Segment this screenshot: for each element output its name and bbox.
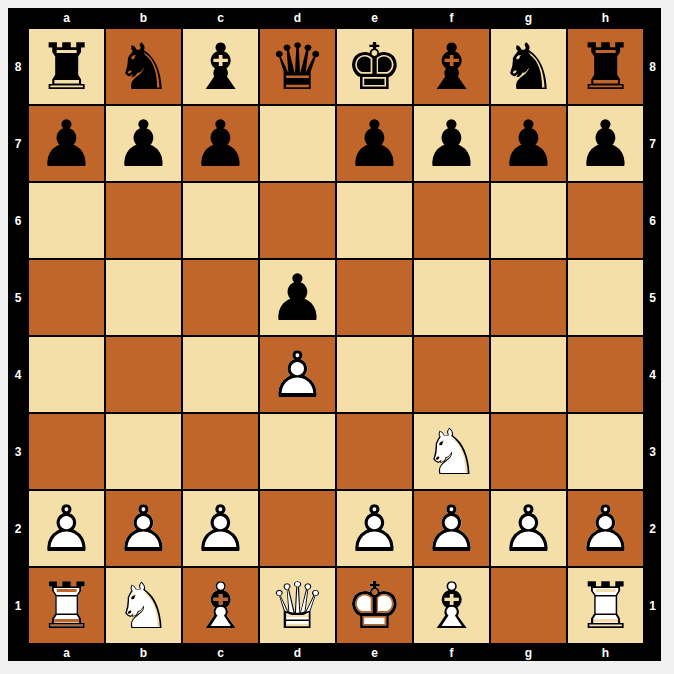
piece-white-pawn: ♟♙ (31, 493, 103, 565)
piece-white-pawn: ♟♙ (262, 339, 334, 411)
square-f6[interactable] (413, 182, 490, 259)
square-h3[interactable] (567, 413, 644, 490)
square-c7[interactable]: ♟ (182, 105, 259, 182)
square-a6[interactable] (28, 182, 105, 259)
square-g4[interactable] (490, 336, 567, 413)
piece-black-queen: ♛ (262, 31, 334, 103)
file-label-c-bottom: c (182, 644, 259, 661)
square-e1[interactable]: ♚♔ (336, 567, 413, 644)
piece-white-pawn: ♟♙ (108, 493, 180, 565)
piece-black-pawn: ♟ (493, 108, 565, 180)
square-c6[interactable] (182, 182, 259, 259)
square-e3[interactable] (336, 413, 413, 490)
rank-label-8-right: 8 (644, 28, 661, 105)
square-a4[interactable] (28, 336, 105, 413)
square-g1[interactable] (490, 567, 567, 644)
square-b2[interactable]: ♟♙ (105, 490, 182, 567)
square-a2[interactable]: ♟♙ (28, 490, 105, 567)
rank-label-6-left: 6 (8, 182, 28, 259)
rank-label-3-right: 3 (644, 413, 661, 490)
rank-label-5-left: 5 (8, 259, 28, 336)
square-b4[interactable] (105, 336, 182, 413)
frame-corner (644, 644, 661, 661)
piece-white-king: ♚♔ (339, 570, 411, 642)
square-e2[interactable]: ♟♙ (336, 490, 413, 567)
square-h8[interactable]: ♜ (567, 28, 644, 105)
piece-white-pawn: ♟♙ (185, 493, 257, 565)
file-label-b-top: b (105, 8, 182, 28)
file-label-f-top: f (413, 8, 490, 28)
rank-label-2-right: 2 (644, 490, 661, 567)
square-a7[interactable]: ♟ (28, 105, 105, 182)
square-d5[interactable]: ♟ (259, 259, 336, 336)
square-e5[interactable] (336, 259, 413, 336)
piece-black-knight: ♞ (493, 31, 565, 103)
square-f1[interactable]: ♝♗ (413, 567, 490, 644)
square-g7[interactable]: ♟ (490, 105, 567, 182)
piece-white-bishop: ♝♗ (185, 570, 257, 642)
square-e8[interactable]: ♚ (336, 28, 413, 105)
frame-corner (8, 644, 28, 661)
square-c8[interactable]: ♝ (182, 28, 259, 105)
square-b1[interactable]: ♞♘ (105, 567, 182, 644)
rank-label-7-right: 7 (644, 105, 661, 182)
square-b3[interactable] (105, 413, 182, 490)
square-f8[interactable]: ♝ (413, 28, 490, 105)
rank-label-1-left: 1 (8, 567, 28, 644)
page-background: abcdefgh8♜♞♝♛♚♝♞♜87♟♟♟♟♟♟♟7665♟54♟♙43♞♘3… (0, 0, 674, 674)
rank-label-6-right: 6 (644, 182, 661, 259)
file-label-e-top: e (336, 8, 413, 28)
chess-board: abcdefgh8♜♞♝♛♚♝♞♜87♟♟♟♟♟♟♟7665♟54♟♙43♞♘3… (8, 8, 661, 661)
square-c1[interactable]: ♝♗ (182, 567, 259, 644)
piece-black-king: ♚ (339, 31, 411, 103)
frame-corner (8, 8, 28, 28)
piece-black-pawn: ♟ (262, 262, 334, 334)
rank-label-4-left: 4 (8, 336, 28, 413)
square-g8[interactable]: ♞ (490, 28, 567, 105)
piece-white-rook: ♜♖ (570, 570, 642, 642)
square-h2[interactable]: ♟♙ (567, 490, 644, 567)
piece-black-rook: ♜ (570, 31, 642, 103)
rank-label-8-left: 8 (8, 28, 28, 105)
square-a3[interactable] (28, 413, 105, 490)
square-e4[interactable] (336, 336, 413, 413)
square-b8[interactable]: ♞ (105, 28, 182, 105)
square-b6[interactable] (105, 182, 182, 259)
square-h1[interactable]: ♜♖ (567, 567, 644, 644)
piece-black-pawn: ♟ (31, 108, 103, 180)
square-f7[interactable]: ♟ (413, 105, 490, 182)
square-f5[interactable] (413, 259, 490, 336)
square-a5[interactable] (28, 259, 105, 336)
file-label-a-bottom: a (28, 644, 105, 661)
piece-white-queen: ♛♕ (262, 570, 334, 642)
piece-white-knight: ♞♘ (108, 570, 180, 642)
square-e6[interactable] (336, 182, 413, 259)
square-d3[interactable] (259, 413, 336, 490)
square-d8[interactable]: ♛ (259, 28, 336, 105)
square-g5[interactable] (490, 259, 567, 336)
square-c2[interactable]: ♟♙ (182, 490, 259, 567)
piece-black-bishop: ♝ (185, 31, 257, 103)
rank-label-5-right: 5 (644, 259, 661, 336)
file-label-h-top: h (567, 8, 644, 28)
rank-label-3-left: 3 (8, 413, 28, 490)
square-b5[interactable] (105, 259, 182, 336)
square-d1[interactable]: ♛♕ (259, 567, 336, 644)
square-c3[interactable] (182, 413, 259, 490)
file-label-d-bottom: d (259, 644, 336, 661)
rank-label-4-right: 4 (644, 336, 661, 413)
square-f4[interactable] (413, 336, 490, 413)
square-g2[interactable]: ♟♙ (490, 490, 567, 567)
board-frame: abcdefgh8♜♞♝♛♚♝♞♜87♟♟♟♟♟♟♟7665♟54♟♙43♞♘3… (8, 8, 661, 661)
piece-black-pawn: ♟ (339, 108, 411, 180)
file-label-c-top: c (182, 8, 259, 28)
square-h6[interactable] (567, 182, 644, 259)
piece-black-rook: ♜ (31, 31, 103, 103)
file-label-e-bottom: e (336, 644, 413, 661)
square-d7[interactable] (259, 105, 336, 182)
piece-black-bishop: ♝ (416, 31, 488, 103)
square-b7[interactable]: ♟ (105, 105, 182, 182)
piece-white-rook: ♜♖ (31, 570, 103, 642)
square-g3[interactable] (490, 413, 567, 490)
square-f2[interactable]: ♟♙ (413, 490, 490, 567)
piece-black-pawn: ♟ (108, 108, 180, 180)
piece-black-knight: ♞ (108, 31, 180, 103)
square-d4[interactable]: ♟♙ (259, 336, 336, 413)
piece-white-pawn: ♟♙ (493, 493, 565, 565)
square-h5[interactable] (567, 259, 644, 336)
file-label-a-top: a (28, 8, 105, 28)
piece-black-pawn: ♟ (570, 108, 642, 180)
frame-corner (644, 8, 661, 28)
piece-black-pawn: ♟ (416, 108, 488, 180)
square-h4[interactable] (567, 336, 644, 413)
file-label-g-bottom: g (490, 644, 567, 661)
square-h7[interactable]: ♟ (567, 105, 644, 182)
rank-label-7-left: 7 (8, 105, 28, 182)
file-label-g-top: g (490, 8, 567, 28)
piece-white-bishop: ♝♗ (416, 570, 488, 642)
piece-white-pawn: ♟♙ (570, 493, 642, 565)
square-e7[interactable]: ♟ (336, 105, 413, 182)
square-c4[interactable] (182, 336, 259, 413)
square-a8[interactable]: ♜ (28, 28, 105, 105)
rank-label-2-left: 2 (8, 490, 28, 567)
file-label-d-top: d (259, 8, 336, 28)
square-d2[interactable] (259, 490, 336, 567)
square-a1[interactable]: ♜♖ (28, 567, 105, 644)
square-f3[interactable]: ♞♘ (413, 413, 490, 490)
square-c5[interactable] (182, 259, 259, 336)
square-g6[interactable] (490, 182, 567, 259)
piece-black-pawn: ♟ (185, 108, 257, 180)
piece-white-pawn: ♟♙ (416, 493, 488, 565)
file-label-h-bottom: h (567, 644, 644, 661)
piece-white-pawn: ♟♙ (339, 493, 411, 565)
file-label-b-bottom: b (105, 644, 182, 661)
square-d6[interactable] (259, 182, 336, 259)
piece-white-knight: ♞♘ (416, 416, 488, 488)
rank-label-1-right: 1 (644, 567, 661, 644)
file-label-f-bottom: f (413, 644, 490, 661)
